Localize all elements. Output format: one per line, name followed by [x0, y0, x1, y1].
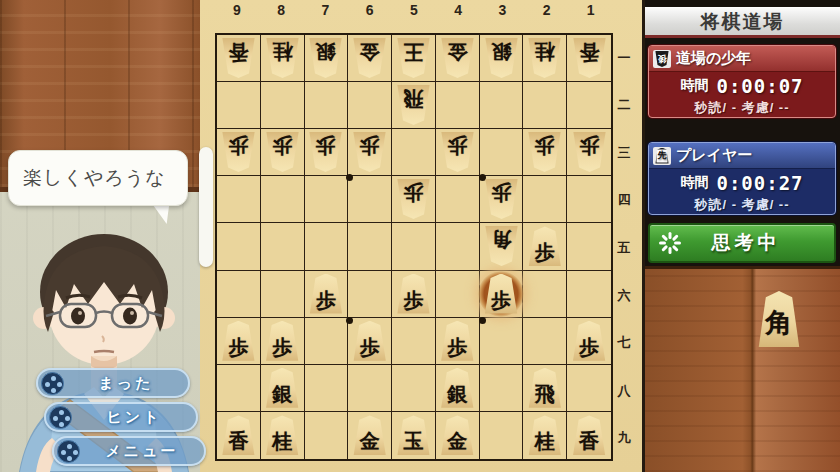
shogi-piece-歩-5-6[interactable]: 歩 [396, 274, 431, 314]
shogi-piece-歩-6-7[interactable]: 歩 [352, 321, 387, 361]
decorative-strip [199, 147, 213, 267]
board-cell-7-5[interactable] [305, 223, 349, 270]
shogi-piece-桂-2-1[interactable]: 桂 [527, 38, 562, 78]
board-cell-2-4[interactable] [523, 176, 567, 223]
board-cell-2-7[interactable] [523, 318, 567, 365]
file-label-6: 6 [348, 2, 392, 18]
board-cell-9-1[interactable]: 香 [217, 35, 261, 82]
player-komadai: 角 [645, 266, 840, 472]
board-cell-4-9[interactable]: 金 [436, 412, 480, 459]
shogi-piece-角-3-5[interactable]: 角 [484, 226, 519, 266]
board-cell-8-8[interactable]: 銀 [261, 365, 305, 412]
board-cell-3-9[interactable] [480, 412, 524, 459]
board-cell-8-1[interactable]: 桂 [261, 35, 305, 82]
board-cell-3-4[interactable]: 歩 [480, 176, 524, 223]
board-cell-1-3[interactable]: 歩 [567, 129, 611, 176]
board-cell-4-5[interactable] [436, 223, 480, 270]
board-cell-2-5[interactable]: 歩 [523, 223, 567, 270]
rank-label-8: 八 [614, 382, 634, 400]
shogi-piece-歩-8-7[interactable]: 歩 [265, 321, 300, 361]
board-cell-4-2[interactable] [436, 82, 480, 129]
speech-bubble: 楽しくやろうな [8, 150, 188, 206]
opponent-panel: 後 道場の少年 時間 0:00:07 秒読/ - 考慮/ -- [648, 45, 836, 118]
board-cell-6-9[interactable]: 金 [348, 412, 392, 459]
hoshi-dot [346, 317, 353, 324]
board-cell-7-3[interactable]: 歩 [305, 129, 349, 176]
shogi-app: 楽しくやろうな [0, 0, 840, 472]
board-cell-9-6[interactable] [217, 271, 261, 318]
board-cell-1-5[interactable] [567, 223, 611, 270]
hand-piece-角[interactable]: 角 [757, 291, 801, 347]
file-label-8: 8 [259, 2, 303, 18]
player-name: プレイヤー [676, 146, 752, 165]
board-cell-5-9[interactable]: 玉 [392, 412, 436, 459]
opponent-time: 0:00:07 [716, 75, 803, 97]
hint-button-label: ヒント [72, 408, 196, 427]
shogi-piece-香-9-9[interactable]: 香 [221, 415, 256, 455]
opponent-time-label: 時間 [680, 77, 708, 95]
board-cell-7-8[interactable] [305, 365, 349, 412]
shogi-piece-銀-3-1[interactable]: 銀 [484, 38, 519, 78]
board-cell-4-7[interactable]: 歩 [436, 318, 480, 365]
shogi-piece-金-6-9[interactable]: 金 [352, 415, 387, 455]
file-label-9: 9 [215, 2, 259, 18]
gote-badge: 後 [653, 50, 671, 68]
player-time-label: 時間 [680, 174, 708, 192]
board-cell-7-9[interactable] [305, 412, 349, 459]
board-cell-3-2[interactable] [480, 82, 524, 129]
shogi-piece-金-4-9[interactable]: 金 [440, 415, 475, 455]
board-cell-8-4[interactable] [261, 176, 305, 223]
file-label-1: 1 [569, 2, 613, 18]
rank-label-4: 四 [614, 191, 634, 209]
shogi-piece-歩-9-7[interactable]: 歩 [221, 321, 256, 361]
sente-badge: 先 [653, 147, 671, 165]
shogi-piece-歩-9-3[interactable]: 歩 [221, 132, 256, 172]
hoshi-dot [479, 174, 486, 181]
opponent-avatar [6, 220, 202, 472]
board-cell-6-6[interactable] [348, 271, 392, 318]
shogi-piece-桂-8-1[interactable]: 桂 [265, 38, 300, 78]
shogi-piece-歩-3-4[interactable]: 歩 [484, 179, 519, 219]
board-cell-6-3[interactable]: 歩 [348, 129, 392, 176]
board-cell-9-5[interactable] [217, 223, 261, 270]
board-cell-1-4[interactable] [567, 176, 611, 223]
board-cell-1-6[interactable] [567, 271, 611, 318]
board-cell-2-8[interactable]: 飛 [523, 365, 567, 412]
board-cell-8-3[interactable]: 歩 [261, 129, 305, 176]
board-cell-3-8[interactable] [480, 365, 524, 412]
rank-label-2: 二 [614, 96, 634, 114]
player-byoyomi: 秒読/ - 考慮/ -- [649, 196, 835, 214]
board-cell-2-1[interactable]: 桂 [523, 35, 567, 82]
shogi-board: 香桂銀金王金銀桂香飛歩歩歩歩歩歩歩歩歩角歩歩歩歩歩歩歩歩歩銀銀飛香桂金玉金桂香 [215, 33, 613, 461]
board-cell-4-1[interactable]: 金 [436, 35, 480, 82]
board-cell-5-5[interactable] [392, 223, 436, 270]
board-cell-5-2[interactable]: 飛 [392, 82, 436, 129]
file-label-7: 7 [303, 2, 347, 18]
shogi-piece-香-1-9[interactable]: 香 [572, 415, 607, 455]
board-cell-3-3[interactable] [480, 129, 524, 176]
board-cell-1-9[interactable]: 香 [567, 412, 611, 459]
board-cell-1-2[interactable] [567, 82, 611, 129]
board-cell-5-3[interactable] [392, 129, 436, 176]
spinner-icon [658, 231, 682, 255]
player-panel: 先 プレイヤー 時間 0:00:27 秒読/ - 考慮/ -- [648, 142, 836, 215]
rank-label-5: 五 [614, 239, 634, 257]
shogi-piece-歩-4-7[interactable]: 歩 [440, 321, 475, 361]
shogi-piece-金-4-1[interactable]: 金 [440, 38, 475, 78]
shogi-piece-歩-4-3[interactable]: 歩 [440, 132, 475, 172]
board-cell-9-4[interactable] [217, 176, 261, 223]
shogi-piece-銀-7-1[interactable]: 銀 [308, 38, 343, 78]
board-cell-9-8[interactable] [217, 365, 261, 412]
board-cell-3-5[interactable]: 角 [480, 223, 524, 270]
shogi-piece-歩-2-5[interactable]: 歩 [527, 226, 562, 266]
shogi-piece-王-5-1[interactable]: 王 [396, 38, 431, 78]
info-sidebar: 将棋道場 後 道場の少年 時間 0:00:07 秒読/ - 考慮/ -- 先 プ… [645, 0, 840, 472]
board-cell-9-3[interactable]: 歩 [217, 129, 261, 176]
shogi-piece-歩-7-6[interactable]: 歩 [308, 274, 343, 314]
shogi-piece-歩-5-4[interactable]: 歩 [396, 179, 431, 219]
board-cell-8-9[interactable]: 桂 [261, 412, 305, 459]
board-cell-7-7[interactable] [305, 318, 349, 365]
status-text: 思考中 [682, 230, 810, 256]
shogi-piece-桂-8-9[interactable]: 桂 [265, 415, 300, 455]
gamepad-icon [49, 406, 72, 429]
hint-button[interactable]: ヒント [44, 402, 198, 432]
shogi-piece-歩-8-3[interactable]: 歩 [265, 132, 300, 172]
board-cell-4-3[interactable]: 歩 [436, 129, 480, 176]
gamepad-icon [41, 372, 64, 395]
app-title-bar: 将棋道場 [645, 7, 840, 38]
board-cell-7-4[interactable] [305, 176, 349, 223]
board-area: 987654321 一二三四五六七八九 香桂銀金王金銀桂香飛歩歩歩歩歩歩歩歩歩角… [200, 0, 645, 472]
board-cell-5-6[interactable]: 歩 [392, 271, 436, 318]
board-cell-7-6[interactable]: 歩 [305, 271, 349, 318]
file-label-5: 5 [392, 2, 436, 18]
board-cell-6-5[interactable] [348, 223, 392, 270]
rank-label-3: 三 [614, 144, 634, 162]
board-cell-8-2[interactable] [261, 82, 305, 129]
board-cell-8-6[interactable] [261, 271, 305, 318]
board-cell-6-8[interactable] [348, 365, 392, 412]
shogi-piece-香-1-1[interactable]: 香 [572, 38, 607, 78]
board-cell-8-5[interactable] [261, 223, 305, 270]
board-cell-7-2[interactable] [305, 82, 349, 129]
opponent-name: 道場の少年 [676, 49, 751, 68]
shogi-piece-歩-6-3[interactable]: 歩 [352, 132, 387, 172]
rank-label-6: 六 [614, 287, 634, 305]
board-cell-6-2[interactable] [348, 82, 392, 129]
board-cell-2-2[interactable] [523, 82, 567, 129]
menu-button-label: メニュー [80, 442, 204, 461]
shogi-piece-歩-1-3[interactable]: 歩 [572, 132, 607, 172]
board-cell-2-9[interactable]: 桂 [523, 412, 567, 459]
shogi-piece-歩-2-3[interactable]: 歩 [527, 132, 562, 172]
rank-label-7: 七 [614, 334, 634, 352]
board-cell-5-1[interactable]: 王 [392, 35, 436, 82]
board-cell-4-4[interactable] [436, 176, 480, 223]
file-label-3: 3 [480, 2, 524, 18]
menu-button[interactable]: メニュー [52, 436, 206, 466]
player-time: 0:00:27 [716, 172, 803, 194]
board-cell-9-2[interactable] [217, 82, 261, 129]
board-cell-9-7[interactable]: 歩 [217, 318, 261, 365]
board-cell-3-7[interactable] [480, 318, 524, 365]
gamepad-icon [57, 440, 80, 463]
file-label-2: 2 [525, 2, 569, 18]
board-cell-2-3[interactable]: 歩 [523, 129, 567, 176]
matta-button-label: まった [64, 374, 188, 393]
shogi-piece-銀-8-8[interactable]: 銀 [265, 368, 300, 408]
board-cell-6-1[interactable]: 金 [348, 35, 392, 82]
board-cell-2-6[interactable] [523, 271, 567, 318]
hoshi-dot [479, 317, 486, 324]
board-cell-9-9[interactable]: 香 [217, 412, 261, 459]
board-cell-6-4[interactable] [348, 176, 392, 223]
file-label-4: 4 [436, 2, 480, 18]
matta-button[interactable]: まった [36, 368, 190, 398]
board-cell-5-4[interactable]: 歩 [392, 176, 436, 223]
rank-label-1: 一 [614, 49, 634, 67]
thinking-status-bar: 思考中 [648, 223, 836, 263]
shogi-piece-歩-7-3[interactable]: 歩 [308, 132, 343, 172]
board-cell-7-1[interactable]: 銀 [305, 35, 349, 82]
speech-text: 楽しくやろうな [23, 165, 166, 191]
board-cell-4-8[interactable]: 銀 [436, 365, 480, 412]
shogi-piece-桂-2-9[interactable]: 桂 [527, 415, 562, 455]
shogi-piece-飛-2-8[interactable]: 飛 [527, 368, 562, 408]
board-cell-3-1[interactable]: 銀 [480, 35, 524, 82]
shogi-piece-玉-5-9[interactable]: 玉 [396, 415, 431, 455]
board-cell-4-6[interactable] [436, 271, 480, 318]
rank-label-9: 九 [614, 429, 634, 447]
shogi-piece-銀-4-8[interactable]: 銀 [440, 368, 475, 408]
board-cell-1-8[interactable] [567, 365, 611, 412]
app-title: 将棋道場 [701, 9, 785, 35]
shogi-piece-飛-5-2[interactable]: 飛 [396, 85, 431, 125]
shogi-piece-金-6-1[interactable]: 金 [352, 38, 387, 78]
board-cell-8-7[interactable]: 歩 [261, 318, 305, 365]
opponent-byoyomi: 秒読/ - 考慮/ -- [649, 99, 835, 117]
board-cell-3-6[interactable]: 歩 [480, 271, 524, 318]
board-cell-5-7[interactable] [392, 318, 436, 365]
board-cell-1-1[interactable]: 香 [567, 35, 611, 82]
shogi-piece-歩-1-7[interactable]: 歩 [572, 321, 607, 361]
board-cell-1-7[interactable]: 歩 [567, 318, 611, 365]
board-cell-5-8[interactable] [392, 365, 436, 412]
board-cell-6-7[interactable]: 歩 [348, 318, 392, 365]
shogi-piece-香-9-1[interactable]: 香 [221, 38, 256, 78]
